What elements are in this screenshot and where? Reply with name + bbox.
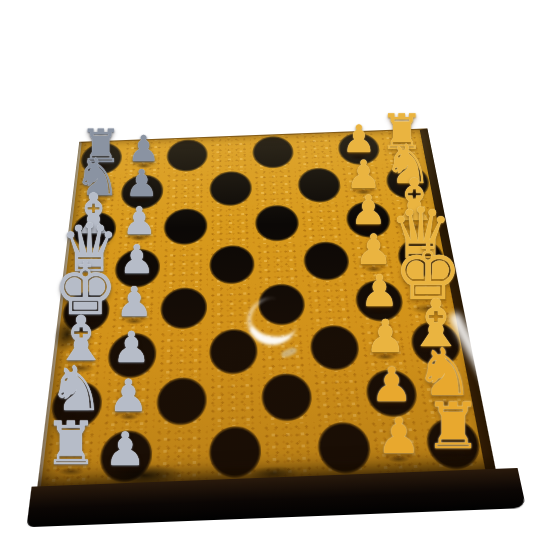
square <box>208 205 254 245</box>
square <box>388 198 440 237</box>
square <box>357 321 414 369</box>
square <box>101 378 157 430</box>
square <box>414 366 475 418</box>
square <box>256 282 307 327</box>
square <box>64 249 115 292</box>
square <box>208 243 256 285</box>
square <box>162 207 209 247</box>
square <box>311 370 368 422</box>
square <box>158 286 208 331</box>
square <box>154 376 208 428</box>
square <box>352 278 407 323</box>
square <box>160 245 208 287</box>
square <box>255 242 304 284</box>
square <box>339 165 388 202</box>
square <box>293 133 339 168</box>
square <box>208 327 259 376</box>
square <box>41 430 101 486</box>
square <box>307 323 362 371</box>
square <box>165 138 209 173</box>
square <box>343 200 394 240</box>
square <box>59 289 112 334</box>
square <box>259 372 314 424</box>
square <box>304 280 357 325</box>
square <box>335 131 382 166</box>
square <box>295 166 343 203</box>
square <box>96 428 154 484</box>
square <box>118 173 164 210</box>
square <box>407 320 466 368</box>
square <box>109 288 160 333</box>
square <box>105 331 158 380</box>
square <box>121 140 166 175</box>
square <box>347 238 400 280</box>
square <box>421 416 485 472</box>
chess-board <box>37 128 495 486</box>
board-perspective-wrapper <box>37 128 495 486</box>
square <box>253 204 301 244</box>
square <box>261 422 318 478</box>
square <box>208 284 258 329</box>
square <box>298 202 347 242</box>
square <box>383 163 433 200</box>
square <box>78 141 124 176</box>
square <box>207 424 263 480</box>
square <box>156 329 208 378</box>
square <box>315 420 375 476</box>
square <box>112 247 162 289</box>
board-rotation-wrapper <box>0 0 533 533</box>
square <box>252 168 298 205</box>
square <box>394 236 448 278</box>
square <box>208 374 261 426</box>
square <box>400 276 456 321</box>
square <box>69 211 118 251</box>
square <box>47 380 104 432</box>
square <box>115 209 163 249</box>
square <box>301 240 352 282</box>
square <box>53 333 108 382</box>
photo-stage: ♜♟♟♜♞♟♟♞♝♟♟♝♛♟♟♛♚♟♟♚♝♟♟♝♞♟♟♞♜♟♟♜ <box>0 0 533 533</box>
square <box>251 135 296 170</box>
square <box>152 426 208 482</box>
square <box>377 130 426 165</box>
square <box>362 368 421 420</box>
square <box>163 171 208 208</box>
square <box>73 175 121 212</box>
square <box>208 170 253 207</box>
square <box>208 136 252 171</box>
square <box>368 418 430 474</box>
